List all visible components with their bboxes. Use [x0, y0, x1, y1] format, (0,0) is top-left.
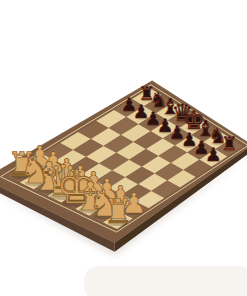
chess-set-product-photo: ♜♞♝♛♚♝♞♜♟♟♟♟♟♟♟♟♟♟♟♟♟♟♟♟♜♞♝♛♚♝♞♜ — [0, 0, 247, 296]
piece-white-rook-h1: ♜ — [103, 192, 133, 231]
piece-black-rook-h8: ♜ — [221, 133, 238, 154]
chess-board-scene: ♜♞♝♛♚♝♞♜♟♟♟♟♟♟♟♟♟♟♟♟♟♟♟♟♜♞♝♛♚♝♞♜ — [0, 0, 247, 296]
floor-panel — [84, 266, 247, 296]
piece-black-pawn-h7: ♟ — [205, 144, 222, 165]
